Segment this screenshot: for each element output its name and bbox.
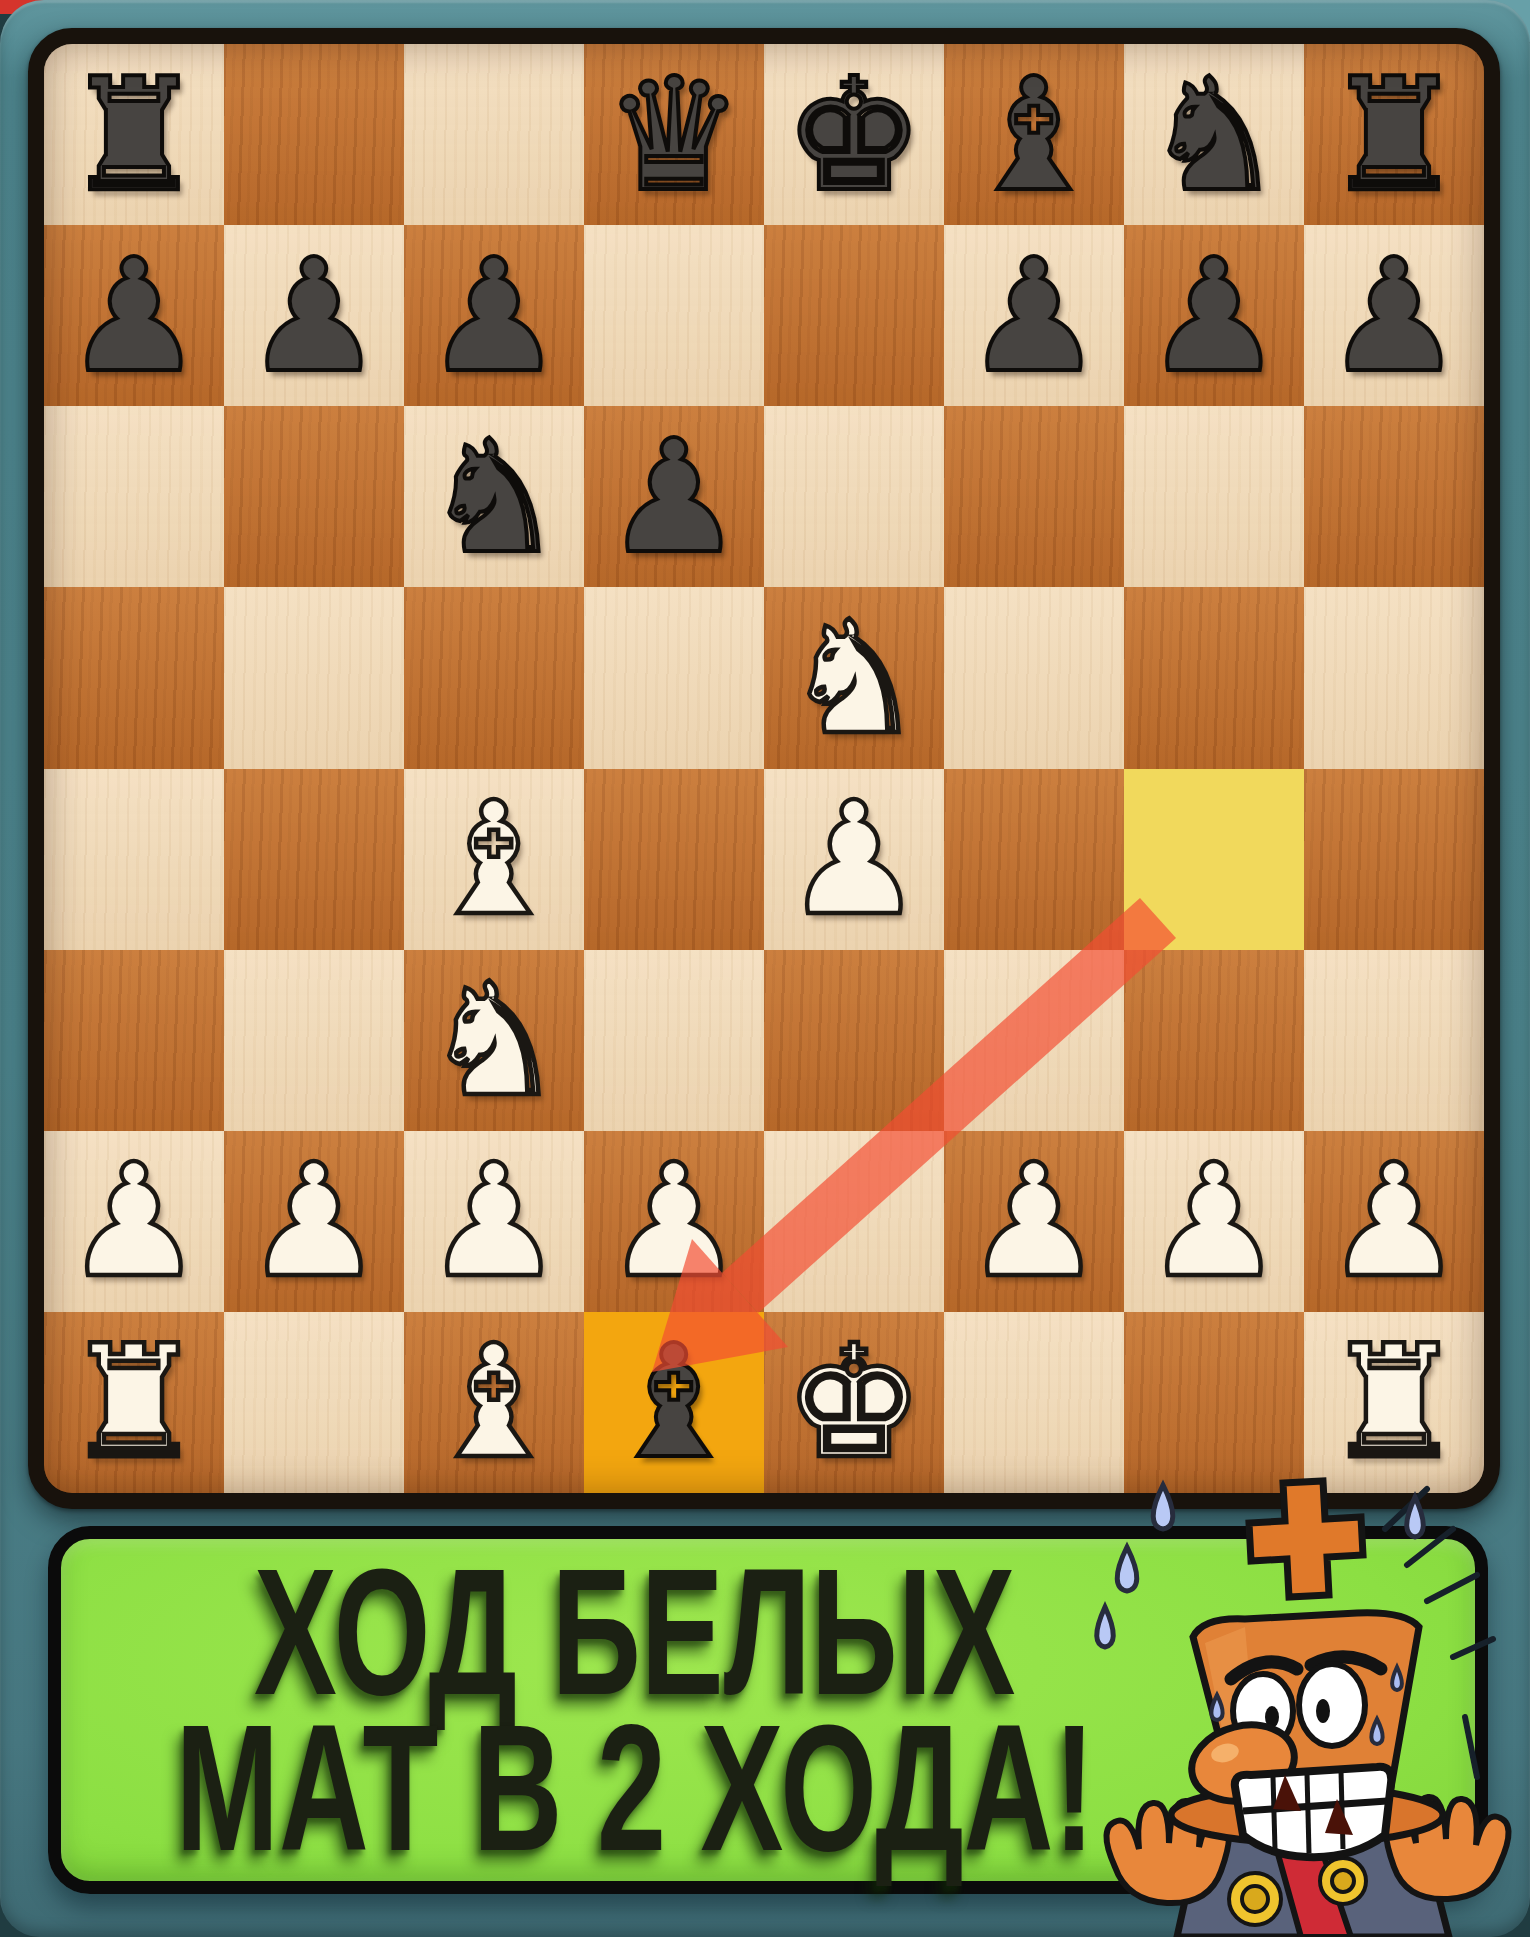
square-a2[interactable]: ♟: [44, 1131, 224, 1312]
piece-white-pawn-f2[interactable]: ♟: [964, 1143, 1104, 1299]
piece-white-pawn-h2[interactable]: ♟: [1324, 1143, 1464, 1299]
mouth: [1235, 1767, 1391, 1857]
square-g3[interactable]: [1124, 950, 1304, 1131]
square-c4[interactable]: ♝: [404, 769, 584, 950]
square-g5[interactable]: [1124, 587, 1304, 768]
square-a7[interactable]: ♟: [44, 225, 224, 406]
square-c7[interactable]: ♟: [404, 225, 584, 406]
chess-board: ♜♛♚♝♞♜♟♟♟♟♟♟♞♟♞♝♟♞♟♟♟♟♟♟♟♜♝♝♚♜: [44, 44, 1484, 1493]
square-a3[interactable]: [44, 950, 224, 1131]
piece-white-pawn-b2[interactable]: ♟: [244, 1143, 384, 1299]
piece-white-pawn-d2[interactable]: ♟: [604, 1143, 744, 1299]
square-f8[interactable]: ♝: [944, 44, 1124, 225]
piece-black-knight-c6[interactable]: ♞: [424, 419, 564, 575]
square-f4[interactable]: [944, 769, 1124, 950]
square-f6[interactable]: [944, 406, 1124, 587]
square-h8[interactable]: ♜: [1304, 44, 1484, 225]
caption-text: ХОД БЕЛЫХ МАТ В 2 ХОДА!: [90, 1540, 1180, 1880]
square-e1[interactable]: ♚: [764, 1312, 944, 1493]
square-f7[interactable]: ♟: [944, 225, 1124, 406]
square-g2[interactable]: ♟: [1124, 1131, 1304, 1312]
piece-white-king-e1[interactable]: ♚: [784, 1324, 924, 1480]
square-b6[interactable]: [224, 406, 404, 587]
square-f1[interactable]: [944, 1312, 1124, 1493]
piece-white-pawn-g2[interactable]: ♟: [1144, 1143, 1284, 1299]
piece-black-bishop-d1[interactable]: ♝: [604, 1324, 744, 1480]
piece-black-pawn-d6[interactable]: ♟: [604, 419, 744, 575]
square-h4[interactable]: [1304, 769, 1484, 950]
square-h2[interactable]: ♟: [1304, 1131, 1484, 1312]
piece-white-rook-a1[interactable]: ♜: [64, 1324, 204, 1480]
piece-white-pawn-e4[interactable]: ♟: [784, 781, 924, 937]
square-g8[interactable]: ♞: [1124, 44, 1304, 225]
square-f2[interactable]: ♟: [944, 1131, 1124, 1312]
crown-cross: [1249, 1481, 1363, 1597]
caption-line-2: МАТ В 2 ХОДА!: [175, 1710, 1094, 1866]
square-d5[interactable]: [584, 587, 764, 768]
square-c2[interactable]: ♟: [404, 1131, 584, 1312]
square-d7[interactable]: [584, 225, 764, 406]
piece-black-knight-g8[interactable]: ♞: [1144, 57, 1284, 213]
piece-black-pawn-g7[interactable]: ♟: [1144, 238, 1284, 394]
square-g6[interactable]: [1124, 406, 1304, 587]
piece-black-king-e8[interactable]: ♚: [784, 57, 924, 213]
square-c3[interactable]: ♞: [404, 950, 584, 1131]
square-f3[interactable]: [944, 950, 1124, 1131]
piece-white-bishop-c4[interactable]: ♝: [424, 781, 564, 937]
square-b8[interactable]: [224, 44, 404, 225]
square-a4[interactable]: [44, 769, 224, 950]
square-d2[interactable]: ♟: [584, 1131, 764, 1312]
piece-black-pawn-c7[interactable]: ♟: [424, 238, 564, 394]
square-g1[interactable]: [1124, 1312, 1304, 1493]
piece-black-rook-a8[interactable]: ♜: [64, 57, 204, 213]
square-a8[interactable]: ♜: [44, 44, 224, 225]
square-c6[interactable]: ♞: [404, 406, 584, 587]
square-d6[interactable]: ♟: [584, 406, 764, 587]
square-g7[interactable]: ♟: [1124, 225, 1304, 406]
piece-black-bishop-f8[interactable]: ♝: [964, 57, 1104, 213]
square-c8[interactable]: [404, 44, 584, 225]
piece-white-knight-e5[interactable]: ♞: [784, 600, 924, 756]
square-b4[interactable]: [224, 769, 404, 950]
square-c1[interactable]: ♝: [404, 1312, 584, 1493]
square-b1[interactable]: [224, 1312, 404, 1493]
square-e6[interactable]: [764, 406, 944, 587]
chess-board-frame: ♜♛♚♝♞♜♟♟♟♟♟♟♞♟♞♝♟♞♟♟♟♟♟♟♟♜♝♝♚♜: [28, 28, 1500, 1509]
piece-white-pawn-a2[interactable]: ♟: [64, 1143, 204, 1299]
square-e3[interactable]: [764, 950, 944, 1131]
square-e4[interactable]: ♟: [764, 769, 944, 950]
square-e5[interactable]: ♞: [764, 587, 944, 768]
square-b3[interactable]: [224, 950, 404, 1131]
piece-white-pawn-c2[interactable]: ♟: [424, 1143, 564, 1299]
square-b2[interactable]: ♟: [224, 1131, 404, 1312]
piece-black-rook-h8[interactable]: ♜: [1324, 57, 1464, 213]
square-a1[interactable]: ♜: [44, 1312, 224, 1493]
piece-black-pawn-b7[interactable]: ♟: [244, 238, 384, 394]
square-h7[interactable]: ♟: [1304, 225, 1484, 406]
piece-white-knight-c3[interactable]: ♞: [424, 962, 564, 1118]
square-b7[interactable]: ♟: [224, 225, 404, 406]
square-e7[interactable]: [764, 225, 944, 406]
square-d4[interactable]: [584, 769, 764, 950]
piece-white-rook-h1[interactable]: ♜: [1324, 1324, 1464, 1480]
scared-king-cartoon: [1085, 1467, 1530, 1937]
square-g4[interactable]: [1124, 769, 1304, 950]
square-h1[interactable]: ♜: [1304, 1312, 1484, 1493]
square-d1[interactable]: ♝: [584, 1312, 764, 1493]
square-c5[interactable]: [404, 587, 584, 768]
square-a6[interactable]: [44, 406, 224, 587]
square-a5[interactable]: [44, 587, 224, 768]
square-h6[interactable]: [1304, 406, 1484, 587]
piece-black-pawn-a7[interactable]: ♟: [64, 238, 204, 394]
square-d8[interactable]: ♛: [584, 44, 764, 225]
square-f5[interactable]: [944, 587, 1124, 768]
square-h5[interactable]: [1304, 587, 1484, 768]
piece-black-pawn-h7[interactable]: ♟: [1324, 238, 1464, 394]
square-d3[interactable]: [584, 950, 764, 1131]
piece-black-pawn-f7[interactable]: ♟: [964, 238, 1104, 394]
piece-black-queen-d8[interactable]: ♛: [604, 57, 744, 213]
square-e2[interactable]: [764, 1131, 944, 1312]
square-b5[interactable]: [224, 587, 404, 768]
piece-white-bishop-c1[interactable]: ♝: [424, 1324, 564, 1480]
square-h3[interactable]: [1304, 950, 1484, 1131]
square-e8[interactable]: ♚: [764, 44, 944, 225]
